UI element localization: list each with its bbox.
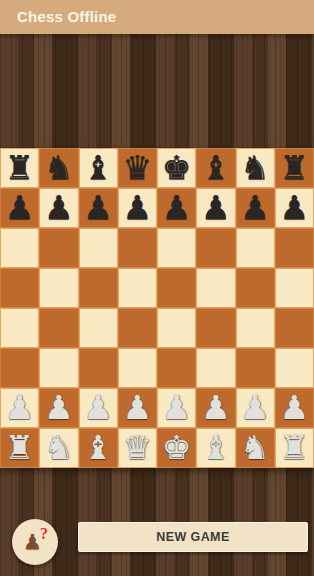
- square-h8[interactable]: ♜: [275, 148, 314, 188]
- square-c7[interactable]: ♟: [79, 188, 118, 228]
- square-a5[interactable]: [0, 268, 39, 308]
- square-e6[interactable]: [157, 228, 196, 268]
- black-pawn: ♟: [240, 188, 270, 228]
- white-pawn: ♟: [280, 388, 310, 428]
- black-queen: ♛: [123, 148, 153, 188]
- square-b4[interactable]: [39, 308, 78, 348]
- square-a3[interactable]: [0, 348, 39, 388]
- black-pawn: ♟: [5, 188, 35, 228]
- black-knight: ♞: [44, 148, 74, 188]
- square-c4[interactable]: [79, 308, 118, 348]
- white-pawn: ♟: [162, 388, 192, 428]
- white-king: ♚: [162, 428, 192, 468]
- square-f8[interactable]: ♝: [196, 148, 235, 188]
- square-e7[interactable]: ♟: [157, 188, 196, 228]
- white-pawn: ♟: [5, 388, 35, 428]
- square-e1[interactable]: ♚: [157, 428, 196, 468]
- white-knight: ♞: [240, 428, 270, 468]
- square-f5[interactable]: [196, 268, 235, 308]
- chess-app-screen: Chess Offline ♜♞♝♛♚♝♞♜♟♟♟♟♟♟♟♟♟♟♟♟♟♟♟♟♜♞…: [0, 0, 314, 576]
- app-bar: Chess Offline: [0, 0, 314, 34]
- square-c5[interactable]: [79, 268, 118, 308]
- black-rook: ♜: [280, 148, 310, 188]
- square-h5[interactable]: [275, 268, 314, 308]
- square-b3[interactable]: [39, 348, 78, 388]
- square-c2[interactable]: ♟: [79, 388, 118, 428]
- square-d1[interactable]: ♛: [118, 428, 157, 468]
- white-rook: ♜: [280, 428, 310, 468]
- square-e5[interactable]: [157, 268, 196, 308]
- square-b7[interactable]: ♟: [39, 188, 78, 228]
- square-h7[interactable]: ♟: [275, 188, 314, 228]
- white-pawn: ♟: [123, 388, 153, 428]
- square-d2[interactable]: ♟: [118, 388, 157, 428]
- hint-button[interactable]: ♟ ?: [12, 519, 58, 565]
- chess-board: ♜♞♝♛♚♝♞♜♟♟♟♟♟♟♟♟♟♟♟♟♟♟♟♟♜♞♝♛♚♝♞♜: [0, 148, 314, 468]
- white-knight: ♞: [44, 428, 74, 468]
- square-a1[interactable]: ♜: [0, 428, 39, 468]
- black-pawn: ♟: [44, 188, 74, 228]
- black-pawn: ♟: [83, 188, 113, 228]
- new-game-button[interactable]: NEW GAME: [78, 522, 308, 552]
- white-pawn: ♟: [83, 388, 113, 428]
- square-g1[interactable]: ♞: [236, 428, 275, 468]
- square-b6[interactable]: [39, 228, 78, 268]
- white-queen: ♛: [123, 428, 153, 468]
- black-bishop: ♝: [201, 148, 231, 188]
- square-g3[interactable]: [236, 348, 275, 388]
- black-king: ♚: [162, 148, 192, 188]
- square-d8[interactable]: ♛: [118, 148, 157, 188]
- square-f7[interactable]: ♟: [196, 188, 235, 228]
- square-d4[interactable]: [118, 308, 157, 348]
- white-bishop: ♝: [201, 428, 231, 468]
- square-e2[interactable]: ♟: [157, 388, 196, 428]
- square-f1[interactable]: ♝: [196, 428, 235, 468]
- app-title: Chess Offline: [0, 0, 314, 34]
- black-pawn: ♟: [201, 188, 231, 228]
- square-c8[interactable]: ♝: [79, 148, 118, 188]
- square-e3[interactable]: [157, 348, 196, 388]
- square-a8[interactable]: ♜: [0, 148, 39, 188]
- square-b1[interactable]: ♞: [39, 428, 78, 468]
- square-a2[interactable]: ♟: [0, 388, 39, 428]
- black-pawn: ♟: [280, 188, 310, 228]
- white-pawn: ♟: [240, 388, 270, 428]
- square-e4[interactable]: [157, 308, 196, 348]
- square-d7[interactable]: ♟: [118, 188, 157, 228]
- black-pawn: ♟: [162, 188, 192, 228]
- square-a7[interactable]: ♟: [0, 188, 39, 228]
- square-a6[interactable]: [0, 228, 39, 268]
- square-e8[interactable]: ♚: [157, 148, 196, 188]
- square-g5[interactable]: [236, 268, 275, 308]
- square-b2[interactable]: ♟: [39, 388, 78, 428]
- square-f2[interactable]: ♟: [196, 388, 235, 428]
- square-h2[interactable]: ♟: [275, 388, 314, 428]
- white-pawn: ♟: [201, 388, 231, 428]
- question-mark-icon: ?: [40, 526, 48, 542]
- white-pawn: ♟: [44, 388, 74, 428]
- square-g8[interactable]: ♞: [236, 148, 275, 188]
- square-a4[interactable]: [0, 308, 39, 348]
- square-g6[interactable]: [236, 228, 275, 268]
- square-g2[interactable]: ♟: [236, 388, 275, 428]
- white-bishop: ♝: [83, 428, 113, 468]
- square-h4[interactable]: [275, 308, 314, 348]
- black-knight: ♞: [240, 148, 270, 188]
- square-g4[interactable]: [236, 308, 275, 348]
- square-h3[interactable]: [275, 348, 314, 388]
- square-g7[interactable]: ♟: [236, 188, 275, 228]
- square-c3[interactable]: [79, 348, 118, 388]
- square-b5[interactable]: [39, 268, 78, 308]
- square-f6[interactable]: [196, 228, 235, 268]
- square-d3[interactable]: [118, 348, 157, 388]
- black-bishop: ♝: [83, 148, 113, 188]
- white-rook: ♜: [5, 428, 35, 468]
- square-b8[interactable]: ♞: [39, 148, 78, 188]
- square-f4[interactable]: [196, 308, 235, 348]
- square-c6[interactable]: [79, 228, 118, 268]
- square-d5[interactable]: [118, 268, 157, 308]
- square-f3[interactable]: [196, 348, 235, 388]
- black-rook: ♜: [5, 148, 35, 188]
- square-h6[interactable]: [275, 228, 314, 268]
- pawn-icon: ♟: [23, 528, 42, 556]
- square-h1[interactable]: ♜: [275, 428, 314, 468]
- black-pawn: ♟: [123, 188, 153, 228]
- square-d6[interactable]: [118, 228, 157, 268]
- square-c1[interactable]: ♝: [79, 428, 118, 468]
